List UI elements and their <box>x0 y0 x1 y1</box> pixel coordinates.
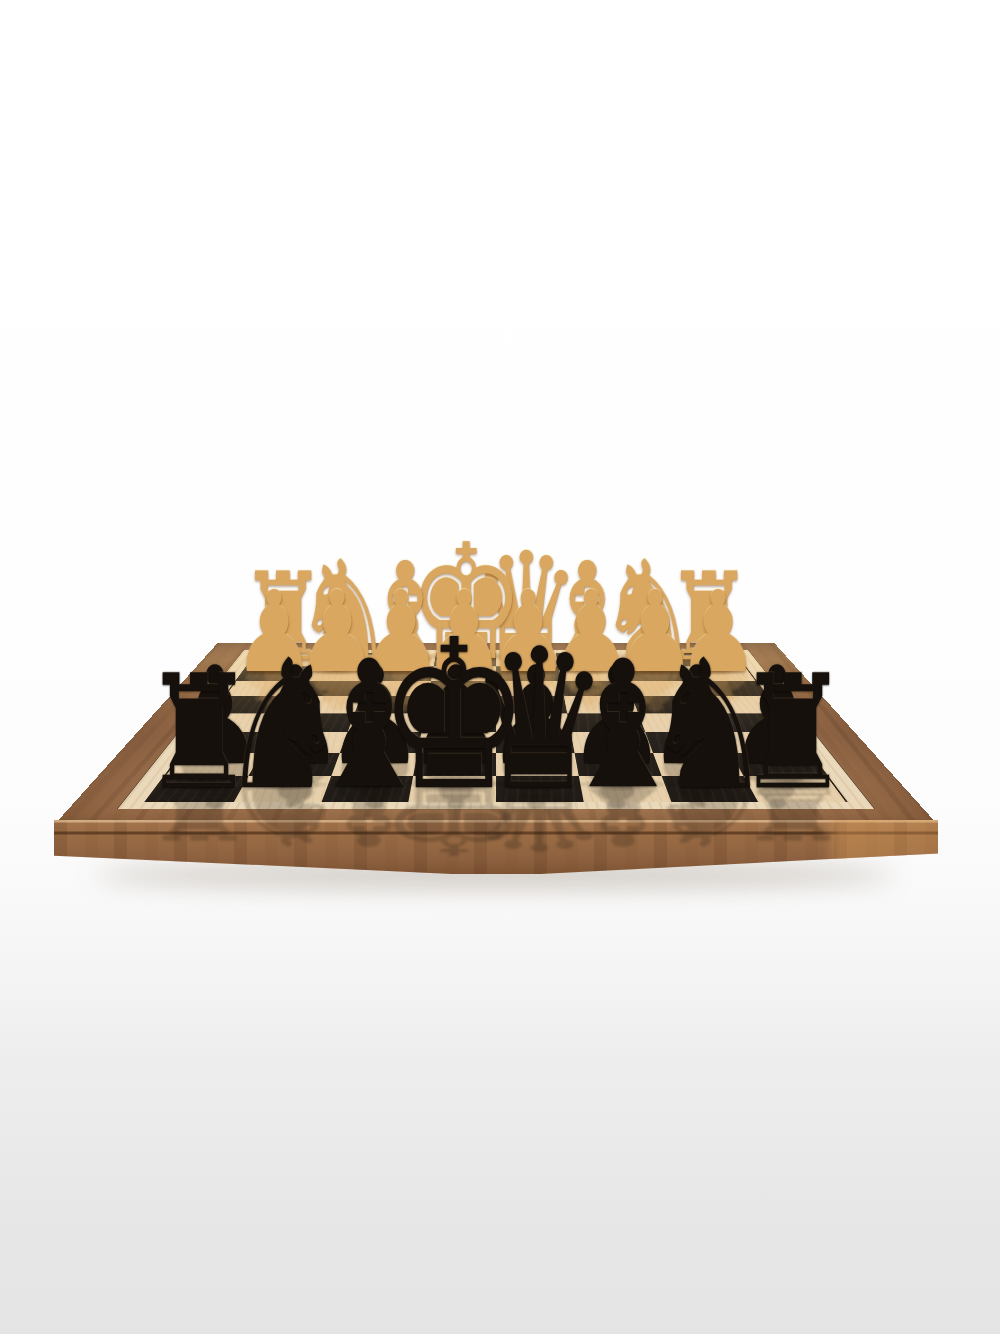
piece-contact-shadow <box>160 779 237 791</box>
chess-set-product-photo: ♜♞♝♛♚♝♞♜♟♟♟♟♟♟♟♟♟♟♟♟♟♟♟♟♜♞♝♛♚♝♞♜ <box>0 0 1000 1334</box>
piece-black-rook-h8[interactable]: ♜ <box>141 655 257 812</box>
pieces-layer: ♜♞♝♛♚♝♞♜♟♟♟♟♟♟♟♟♟♟♟♟♟♟♟♟♜♞♝♛♚♝♞♜ <box>0 0 1000 1334</box>
